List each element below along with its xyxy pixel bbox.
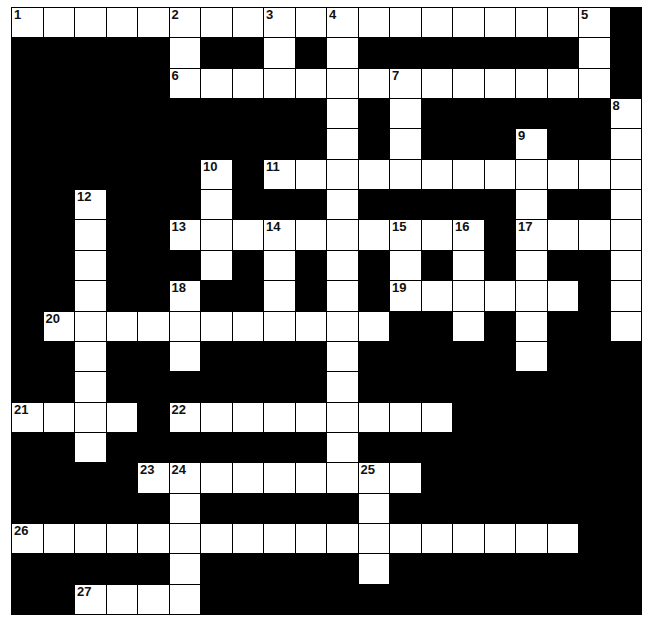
letter-cell-r8c6[interactable]: 13 — [170, 220, 201, 249]
block-cell-r5c8 — [233, 129, 264, 158]
block-cell-r12c2 — [44, 342, 75, 371]
block-cell-r10c10 — [296, 281, 327, 310]
letter-cell-r6c9[interactable]: 11 — [264, 160, 295, 189]
letter-cell-r13c3[interactable] — [75, 372, 106, 401]
letter-cell-r1c16[interactable] — [485, 8, 516, 37]
letter-cell-r8c15[interactable]: 16 — [453, 220, 484, 249]
block-cell-r7c14 — [422, 190, 453, 219]
block-cell-r12c7 — [201, 342, 232, 371]
letter-cell-r1c1[interactable]: 1 — [12, 8, 43, 37]
block-cell-r13c9 — [264, 372, 295, 401]
block-cell-r19c3 — [75, 554, 106, 583]
letter-cell-r1c6[interactable]: 2 — [170, 8, 201, 37]
letter-cell-r14c1[interactable]: 21 — [12, 403, 43, 432]
letter-cell-r18c13[interactable] — [390, 524, 421, 553]
block-cell-r16c20 — [611, 463, 642, 492]
block-cell-r6c1 — [12, 160, 43, 189]
block-cell-r10c2 — [44, 281, 75, 310]
block-cell-r6c2 — [44, 160, 75, 189]
clue-number-18: 18 — [172, 281, 186, 295]
letter-cell-r11c8[interactable] — [233, 312, 264, 341]
letter-cell-r9c7[interactable] — [201, 251, 232, 280]
block-cell-r13c5 — [138, 372, 169, 401]
block-cell-r14c5 — [138, 403, 169, 432]
letter-cell-r18c5[interactable] — [138, 524, 169, 553]
letter-cell-r10c20[interactable] — [611, 281, 642, 310]
letter-cell-r11c20[interactable] — [611, 312, 642, 341]
letter-cell-r6c15[interactable] — [453, 160, 484, 189]
letter-cell-r18c18[interactable] — [548, 524, 579, 553]
letter-cell-r1c3[interactable] — [75, 8, 106, 37]
letter-cell-r16c5[interactable]: 23 — [138, 463, 169, 492]
letter-cell-r1c18[interactable] — [548, 8, 579, 37]
block-cell-r2c16 — [485, 38, 516, 67]
block-cell-r16c1 — [12, 463, 43, 492]
letter-cell-r1c11[interactable]: 4 — [327, 8, 358, 37]
letter-cell-r5c20[interactable] — [611, 129, 642, 158]
letter-cell-r6c12[interactable] — [359, 160, 390, 189]
letter-cell-r3c6[interactable]: 6 — [170, 69, 201, 98]
letter-cell-r16c8[interactable] — [233, 463, 264, 492]
block-cell-r7c9 — [264, 190, 295, 219]
block-cell-r13c12 — [359, 372, 390, 401]
block-cell-r3c20 — [611, 69, 642, 98]
letter-cell-r1c10[interactable] — [296, 8, 327, 37]
letter-cell-r7c3[interactable]: 12 — [75, 190, 106, 219]
letter-cell-r4c20[interactable]: 8 — [611, 99, 642, 128]
block-cell-r15c6 — [170, 433, 201, 462]
letter-cell-r1c13[interactable] — [390, 8, 421, 37]
clue-number-13: 13 — [172, 220, 186, 234]
letter-cell-r15c3[interactable] — [75, 433, 106, 462]
block-cell-r19c13 — [390, 554, 421, 583]
letter-cell-r8c9[interactable]: 14 — [264, 220, 295, 249]
letter-cell-r16c7[interactable] — [201, 463, 232, 492]
letter-cell-r5c13[interactable] — [390, 129, 421, 158]
clue-number-26: 26 — [14, 524, 28, 538]
letter-cell-r1c5[interactable] — [138, 8, 169, 37]
block-cell-r16c14 — [422, 463, 453, 492]
letter-cell-r3c19[interactable] — [579, 69, 610, 98]
letter-cell-r8c10[interactable] — [296, 220, 327, 249]
letter-cell-r16c13[interactable] — [390, 463, 421, 492]
clue-number-14: 14 — [266, 220, 280, 234]
clue-number-2: 2 — [172, 8, 179, 22]
block-cell-r15c13 — [390, 433, 421, 462]
letter-cell-r14c11[interactable] — [327, 403, 358, 432]
letter-cell-r3c10[interactable] — [296, 69, 327, 98]
block-cell-r12c18 — [548, 342, 579, 371]
letter-cell-r2c19[interactable] — [579, 38, 610, 67]
letter-cell-r12c6[interactable] — [170, 342, 201, 371]
letter-cell-r11c4[interactable] — [107, 312, 138, 341]
block-cell-r6c8 — [233, 160, 264, 189]
letter-cell-r7c20[interactable] — [611, 190, 642, 219]
letter-cell-r9c11[interactable] — [327, 251, 358, 280]
letter-cell-r18c1[interactable]: 26 — [12, 524, 43, 553]
block-cell-r6c6 — [170, 160, 201, 189]
letter-cell-r11c2[interactable]: 20 — [44, 312, 75, 341]
block-cell-r4c1 — [12, 99, 43, 128]
letter-cell-r12c11[interactable] — [327, 342, 358, 371]
letter-cell-r2c11[interactable] — [327, 38, 358, 67]
block-cell-r20c7 — [201, 585, 232, 614]
letter-cell-r5c11[interactable] — [327, 129, 358, 158]
letter-cell-r18c8[interactable] — [233, 524, 264, 553]
block-cell-r17c11 — [327, 494, 358, 523]
block-cell-r3c3 — [75, 69, 106, 98]
block-cell-r17c2 — [44, 494, 75, 523]
letter-cell-r3c8[interactable] — [233, 69, 264, 98]
letter-cell-r14c3[interactable] — [75, 403, 106, 432]
clue-number-1: 1 — [14, 8, 21, 22]
letter-cell-r14c8[interactable] — [233, 403, 264, 432]
block-cell-r17c17 — [516, 494, 547, 523]
block-cell-r12c13 — [390, 342, 421, 371]
block-cell-r2c1 — [12, 38, 43, 67]
block-cell-r7c16 — [485, 190, 516, 219]
letter-cell-r18c16[interactable] — [485, 524, 516, 553]
letter-cell-r6c17[interactable] — [516, 160, 547, 189]
letter-cell-r6c19[interactable] — [579, 160, 610, 189]
letter-cell-r3c16[interactable] — [485, 69, 516, 98]
letter-cell-r11c17[interactable] — [516, 312, 547, 341]
letter-cell-r18c12[interactable] — [359, 524, 390, 553]
letter-cell-r1c8[interactable] — [233, 8, 264, 37]
block-cell-r7c8 — [233, 190, 264, 219]
block-cell-r7c12 — [359, 190, 390, 219]
letter-cell-r20c5[interactable] — [138, 585, 169, 614]
block-cell-r13c15 — [453, 372, 484, 401]
letter-cell-r18c6[interactable] — [170, 524, 201, 553]
letter-cell-r6c18[interactable] — [548, 160, 579, 189]
letter-cell-r18c4[interactable] — [107, 524, 138, 553]
letter-cell-r7c11[interactable] — [327, 190, 358, 219]
letter-cell-r11c5[interactable] — [138, 312, 169, 341]
letter-cell-r2c6[interactable] — [170, 38, 201, 67]
letter-cell-r8c7[interactable] — [201, 220, 232, 249]
letter-cell-r8c19[interactable] — [579, 220, 610, 249]
block-cell-r17c9 — [264, 494, 295, 523]
letter-cell-r9c9[interactable] — [264, 251, 295, 280]
block-cell-r8c5 — [138, 220, 169, 249]
letter-cell-r15c11[interactable] — [327, 433, 358, 462]
block-cell-r17c20 — [611, 494, 642, 523]
letter-cell-r18c10[interactable] — [296, 524, 327, 553]
letter-cell-r14c10[interactable] — [296, 403, 327, 432]
block-cell-r16c18 — [548, 463, 579, 492]
letter-cell-r18c11[interactable] — [327, 524, 358, 553]
letter-cell-r12c3[interactable] — [75, 342, 106, 371]
letter-cell-r18c9[interactable] — [264, 524, 295, 553]
letter-cell-r19c12[interactable] — [359, 554, 390, 583]
letter-cell-r4c13[interactable] — [390, 99, 421, 128]
letter-cell-r3c14[interactable] — [422, 69, 453, 98]
letter-cell-r8c12[interactable] — [359, 220, 390, 249]
crossword-board: 1234567891011121314151617181920212223242… — [11, 7, 642, 615]
block-cell-r16c3 — [75, 463, 106, 492]
letter-cell-r10c9[interactable] — [264, 281, 295, 310]
block-cell-r4c18 — [548, 99, 579, 128]
letter-cell-r8c17[interactable]: 17 — [516, 220, 547, 249]
letter-cell-r9c17[interactable] — [516, 251, 547, 280]
block-cell-r5c6 — [170, 129, 201, 158]
letter-cell-r9c15[interactable] — [453, 251, 484, 280]
block-cell-r19c9 — [264, 554, 295, 583]
letter-cell-r20c3[interactable]: 27 — [75, 585, 106, 614]
clue-number-7: 7 — [392, 69, 399, 83]
letter-cell-r2c9[interactable] — [264, 38, 295, 67]
block-cell-r8c2 — [44, 220, 75, 249]
letter-cell-r16c10[interactable] — [296, 463, 327, 492]
letter-cell-r1c15[interactable] — [453, 8, 484, 37]
block-cell-r2c7 — [201, 38, 232, 67]
block-cell-r15c8 — [233, 433, 264, 462]
letter-cell-r14c9[interactable] — [264, 403, 295, 432]
block-cell-r4c8 — [233, 99, 264, 128]
letter-cell-r14c13[interactable] — [390, 403, 421, 432]
block-cell-r15c2 — [44, 433, 75, 462]
block-cell-r11c1 — [12, 312, 43, 341]
block-cell-r9c12 — [359, 251, 390, 280]
letter-cell-r18c3[interactable] — [75, 524, 106, 553]
block-cell-r15c15 — [453, 433, 484, 462]
block-cell-r11c13 — [390, 312, 421, 341]
letter-cell-r6c7[interactable]: 10 — [201, 160, 232, 189]
letter-cell-r11c7[interactable] — [201, 312, 232, 341]
block-cell-r17c3 — [75, 494, 106, 523]
block-cell-r4c9 — [264, 99, 295, 128]
letter-cell-r9c3[interactable] — [75, 251, 106, 280]
letter-cell-r11c12[interactable] — [359, 312, 390, 341]
letter-cell-r14c2[interactable] — [44, 403, 75, 432]
letter-cell-r10c17[interactable] — [516, 281, 547, 310]
letter-cell-r14c7[interactable] — [201, 403, 232, 432]
block-cell-r20c16 — [485, 585, 516, 614]
letter-cell-r3c9[interactable] — [264, 69, 295, 98]
letter-cell-r5c17[interactable]: 9 — [516, 129, 547, 158]
block-cell-r5c12 — [359, 129, 390, 158]
block-cell-r13c18 — [548, 372, 579, 401]
block-cell-r19c7 — [201, 554, 232, 583]
letter-cell-r14c6[interactable]: 22 — [170, 403, 201, 432]
letter-cell-r17c6[interactable] — [170, 494, 201, 523]
letter-cell-r6c13[interactable] — [390, 160, 421, 189]
letter-cell-r3c7[interactable] — [201, 69, 232, 98]
block-cell-r2c17 — [516, 38, 547, 67]
letter-cell-r3c15[interactable] — [453, 69, 484, 98]
letter-cell-r6c16[interactable] — [485, 160, 516, 189]
letter-cell-r9c13[interactable] — [390, 251, 421, 280]
block-cell-r12c8 — [233, 342, 264, 371]
block-cell-r5c18 — [548, 129, 579, 158]
block-cell-r18c19 — [579, 524, 610, 553]
letter-cell-r18c17[interactable] — [516, 524, 547, 553]
letter-cell-r1c17[interactable] — [516, 8, 547, 37]
letter-cell-r10c16[interactable] — [485, 281, 516, 310]
block-cell-r15c20 — [611, 433, 642, 462]
letter-cell-r10c3[interactable] — [75, 281, 106, 310]
block-cell-r17c1 — [12, 494, 43, 523]
letter-cell-r3c18[interactable] — [548, 69, 579, 98]
letter-cell-r1c7[interactable] — [201, 8, 232, 37]
block-cell-r13c4 — [107, 372, 138, 401]
crossword-page: 1234567891011121314151617181920212223242… — [0, 0, 650, 626]
block-cell-r3c1 — [12, 69, 43, 98]
letter-cell-r1c14[interactable] — [422, 8, 453, 37]
letter-cell-r18c14[interactable] — [422, 524, 453, 553]
block-cell-r19c20 — [611, 554, 642, 583]
letter-cell-r16c9[interactable] — [264, 463, 295, 492]
letter-cell-r20c6[interactable] — [170, 585, 201, 614]
letter-cell-r8c20[interactable] — [611, 220, 642, 249]
block-cell-r13c7 — [201, 372, 232, 401]
block-cell-r15c1 — [12, 433, 43, 462]
clue-number-8: 8 — [613, 99, 620, 113]
letter-cell-r6c10[interactable] — [296, 160, 327, 189]
letter-cell-r8c14[interactable] — [422, 220, 453, 249]
block-cell-r15c17 — [516, 433, 547, 462]
letter-cell-r10c13[interactable]: 19 — [390, 281, 421, 310]
letter-cell-r16c11[interactable] — [327, 463, 358, 492]
block-cell-r8c1 — [12, 220, 43, 249]
block-cell-r15c7 — [201, 433, 232, 462]
block-cell-r10c7 — [201, 281, 232, 310]
block-cell-r17c4 — [107, 494, 138, 523]
letter-cell-r11c15[interactable] — [453, 312, 484, 341]
block-cell-r5c1 — [12, 129, 43, 158]
letter-cell-r14c4[interactable] — [107, 403, 138, 432]
block-cell-r17c19 — [579, 494, 610, 523]
block-cell-r10c12 — [359, 281, 390, 310]
block-cell-r3c4 — [107, 69, 138, 98]
block-cell-r17c10 — [296, 494, 327, 523]
letter-cell-r14c14[interactable] — [422, 403, 453, 432]
letter-cell-r13c11[interactable] — [327, 372, 358, 401]
block-cell-r2c5 — [138, 38, 169, 67]
block-cell-r16c19 — [579, 463, 610, 492]
block-cell-r12c14 — [422, 342, 453, 371]
letter-cell-r6c20[interactable] — [611, 160, 642, 189]
letter-cell-r8c11[interactable] — [327, 220, 358, 249]
block-cell-r19c19 — [579, 554, 610, 583]
block-cell-r4c3 — [75, 99, 106, 128]
letter-cell-r10c6[interactable]: 18 — [170, 281, 201, 310]
letter-cell-r11c3[interactable] — [75, 312, 106, 341]
letter-cell-r8c13[interactable]: 15 — [390, 220, 421, 249]
letter-cell-r10c14[interactable] — [422, 281, 453, 310]
letter-cell-r8c18[interactable] — [548, 220, 579, 249]
letter-cell-r1c4[interactable] — [107, 8, 138, 37]
clue-number-27: 27 — [77, 585, 91, 599]
block-cell-r2c4 — [107, 38, 138, 67]
letter-cell-r9c20[interactable] — [611, 251, 642, 280]
block-cell-r9c10 — [296, 251, 327, 280]
block-cell-r15c4 — [107, 433, 138, 462]
letter-cell-r20c4[interactable] — [107, 585, 138, 614]
block-cell-r16c16 — [485, 463, 516, 492]
letter-cell-r11c10[interactable] — [296, 312, 327, 341]
letter-cell-r11c9[interactable] — [264, 312, 295, 341]
letter-cell-r4c11[interactable] — [327, 99, 358, 128]
letter-cell-r1c9[interactable]: 3 — [264, 8, 295, 37]
letter-cell-r7c17[interactable] — [516, 190, 547, 219]
letter-cell-r6c11[interactable] — [327, 160, 358, 189]
letter-cell-r1c2[interactable] — [44, 8, 75, 37]
letter-cell-r7c7[interactable] — [201, 190, 232, 219]
block-cell-r8c4 — [107, 220, 138, 249]
letter-cell-r1c19[interactable]: 5 — [579, 8, 610, 37]
block-cell-r7c6 — [170, 190, 201, 219]
letter-cell-r3c11[interactable] — [327, 69, 358, 98]
block-cell-r11c14 — [422, 312, 453, 341]
letter-cell-r10c18[interactable] — [548, 281, 579, 310]
letter-cell-r10c15[interactable] — [453, 281, 484, 310]
letter-cell-r14c12[interactable] — [359, 403, 390, 432]
block-cell-r15c9 — [264, 433, 295, 462]
clue-number-19: 19 — [392, 281, 406, 295]
block-cell-r5c16 — [485, 129, 516, 158]
block-cell-r7c18 — [548, 190, 579, 219]
block-cell-r2c20 — [611, 38, 642, 67]
block-cell-r13c8 — [233, 372, 264, 401]
block-cell-r16c2 — [44, 463, 75, 492]
block-cell-r5c9 — [264, 129, 295, 158]
block-cell-r12c19 — [579, 342, 610, 371]
letter-cell-r11c6[interactable] — [170, 312, 201, 341]
letter-cell-r18c7[interactable] — [201, 524, 232, 553]
block-cell-r2c10 — [296, 38, 327, 67]
block-cell-r9c16 — [485, 251, 516, 280]
block-cell-r16c4 — [107, 463, 138, 492]
block-cell-r11c18 — [548, 312, 579, 341]
letter-cell-r11c11[interactable] — [327, 312, 358, 341]
block-cell-r14c18 — [548, 403, 579, 432]
block-cell-r17c14 — [422, 494, 453, 523]
letter-cell-r8c8[interactable] — [233, 220, 264, 249]
block-cell-r2c14 — [422, 38, 453, 67]
block-cell-r20c15 — [453, 585, 484, 614]
letter-cell-r6c14[interactable] — [422, 160, 453, 189]
letter-cell-r16c12[interactable]: 25 — [359, 463, 390, 492]
letter-cell-r3c17[interactable] — [516, 69, 547, 98]
block-cell-r20c11 — [327, 585, 358, 614]
block-cell-r20c20 — [611, 585, 642, 614]
letter-cell-r18c15[interactable] — [453, 524, 484, 553]
block-cell-r12c1 — [12, 342, 43, 371]
letter-cell-r1c12[interactable] — [359, 8, 390, 37]
block-cell-r16c15 — [453, 463, 484, 492]
block-cell-r11c19 — [579, 312, 610, 341]
block-cell-r10c4 — [107, 281, 138, 310]
block-cell-r20c13 — [390, 585, 421, 614]
block-cell-r5c14 — [422, 129, 453, 158]
letter-cell-r12c17[interactable] — [516, 342, 547, 371]
block-cell-r9c6 — [170, 251, 201, 280]
letter-cell-r3c12[interactable] — [359, 69, 390, 98]
block-cell-r9c2 — [44, 251, 75, 280]
letter-cell-r16c6[interactable]: 24 — [170, 463, 201, 492]
block-cell-r5c19 — [579, 129, 610, 158]
letter-cell-r8c3[interactable] — [75, 220, 106, 249]
letter-cell-r17c12[interactable] — [359, 494, 390, 523]
letter-cell-r10c11[interactable] — [327, 281, 358, 310]
block-cell-r12c10 — [296, 342, 327, 371]
letter-cell-r18c2[interactable] — [44, 524, 75, 553]
block-cell-r4c10 — [296, 99, 327, 128]
letter-cell-r19c6[interactable] — [170, 554, 201, 583]
letter-cell-r3c13[interactable]: 7 — [390, 69, 421, 98]
